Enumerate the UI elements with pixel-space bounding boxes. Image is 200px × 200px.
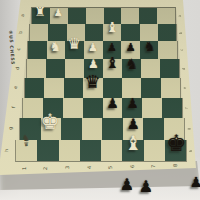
chess-photo-scene: ®US CHESS ♞ ♛ 12345678aabbccddeeffgghh ♜…: [0, 0, 200, 200]
square-b1: [30, 24, 48, 41]
coord-label-h: h: [189, 150, 193, 153]
coord-label-e: e: [14, 86, 19, 89]
piece-black-bishop-d5[interactable]: ♝: [103, 56, 121, 71]
square-d7: [141, 59, 160, 78]
square-d2: [46, 59, 65, 78]
square-g5: [102, 118, 123, 140]
coord-label-8: 8: [173, 164, 178, 167]
captured-piece-black-pawn-2: ♟: [136, 179, 155, 195]
piece-black-queen-e4[interactable]: ♛: [82, 73, 104, 91]
piece-black-pawn-f5[interactable]: ♟: [104, 97, 120, 111]
coord-label-h: h: [5, 149, 10, 152]
square-h7: [144, 140, 165, 161]
piece-black-pawn-c5[interactable]: ♟: [105, 42, 118, 53]
coord-label-a: a: [21, 13, 26, 16]
square-a6: [121, 8, 139, 24]
piece-white-pawn-d4[interactable]: ♟: [86, 59, 100, 71]
coord-label-4: 4: [87, 166, 92, 169]
coord-label-7: 7: [151, 165, 156, 168]
piece-white-pawn-a2[interactable]: ♟: [52, 8, 64, 18]
square-e7: [141, 78, 160, 98]
piece-white-queen-c3[interactable]: ♛: [65, 37, 84, 53]
square-f7: [142, 98, 162, 118]
piece-black-knight-c7[interactable]: ♞: [142, 40, 158, 53]
square-h5: [101, 140, 122, 161]
captured-piece-black-pawn-3: ♟: [188, 175, 200, 189]
piece-black-knight-d6[interactable]: ♞: [123, 57, 140, 71]
piece-black-king-h8[interactable]: ♚: [163, 132, 190, 155]
board-row-file-h: [15, 140, 187, 162]
square-a8: [157, 8, 175, 24]
piece-black-pawn-g6[interactable]: ♟: [124, 117, 141, 131]
coord-label-a: a: [178, 14, 182, 16]
square-d8: [160, 59, 179, 78]
square-f8: [162, 98, 182, 118]
square-a4: [86, 8, 104, 24]
coord-label-c: c: [180, 49, 184, 51]
square-h3: [59, 140, 80, 161]
coord-label-3: 3: [65, 166, 70, 169]
piece-white-bishop-b5[interactable]: ♝: [104, 21, 121, 35]
coord-label-2: 2: [43, 167, 48, 170]
square-e3: [64, 78, 83, 98]
logo-crown-icon: ♛: [18, 141, 34, 147]
square-a3: [68, 8, 86, 24]
square-c1: [28, 41, 47, 59]
coord-label-f: f: [185, 107, 189, 108]
square-g4: [82, 118, 103, 140]
coord-label-5: 5: [108, 165, 113, 168]
coord-label-e: e: [183, 87, 187, 89]
coord-label-b: b: [19, 30, 24, 33]
square-h2: [37, 140, 58, 161]
piece-black-pawn-c6[interactable]: ♟: [124, 42, 137, 53]
coord-label-6: 6: [130, 165, 135, 168]
us-chess-brand-text: ®US CHESS: [8, 30, 15, 65]
square-b4: [85, 24, 103, 41]
coord-label-d: d: [182, 67, 186, 70]
piece-white-bishop-h6[interactable]: ♝: [121, 134, 145, 154]
square-f3: [63, 98, 83, 118]
square-g3: [61, 118, 82, 140]
square-a7: [139, 8, 157, 24]
square-e1: [25, 78, 44, 98]
coord-label-b: b: [179, 31, 183, 34]
square-e2: [44, 78, 63, 98]
square-b8: [158, 24, 176, 41]
coord-label-c: c: [17, 48, 22, 50]
piece-white-pawn-c4[interactable]: ♟: [86, 42, 99, 53]
coord-label-g: g: [187, 128, 191, 131]
piece-white-rook-a1[interactable]: ♜: [33, 6, 48, 19]
square-d1: [27, 59, 46, 78]
coord-label-f: f: [12, 106, 17, 108]
us-chess-logo: ♞ ♛: [18, 133, 35, 147]
square-h4: [80, 140, 101, 161]
captured-piece-black-pawn-1: ♟: [117, 177, 136, 193]
square-e8: [161, 78, 180, 98]
piece-white-king-g2[interactable]: ♚: [37, 111, 63, 132]
coord-label-d: d: [16, 66, 21, 69]
square-b6: [121, 24, 139, 41]
piece-black-pawn-f6[interactable]: ♟: [125, 97, 141, 111]
square-g7: [143, 118, 164, 140]
coord-label-1: 1: [22, 167, 27, 170]
square-c8: [158, 41, 177, 59]
piece-white-knight-c2[interactable]: ♞: [48, 40, 64, 53]
square-f4: [83, 98, 103, 118]
coord-label-g: g: [9, 127, 14, 130]
